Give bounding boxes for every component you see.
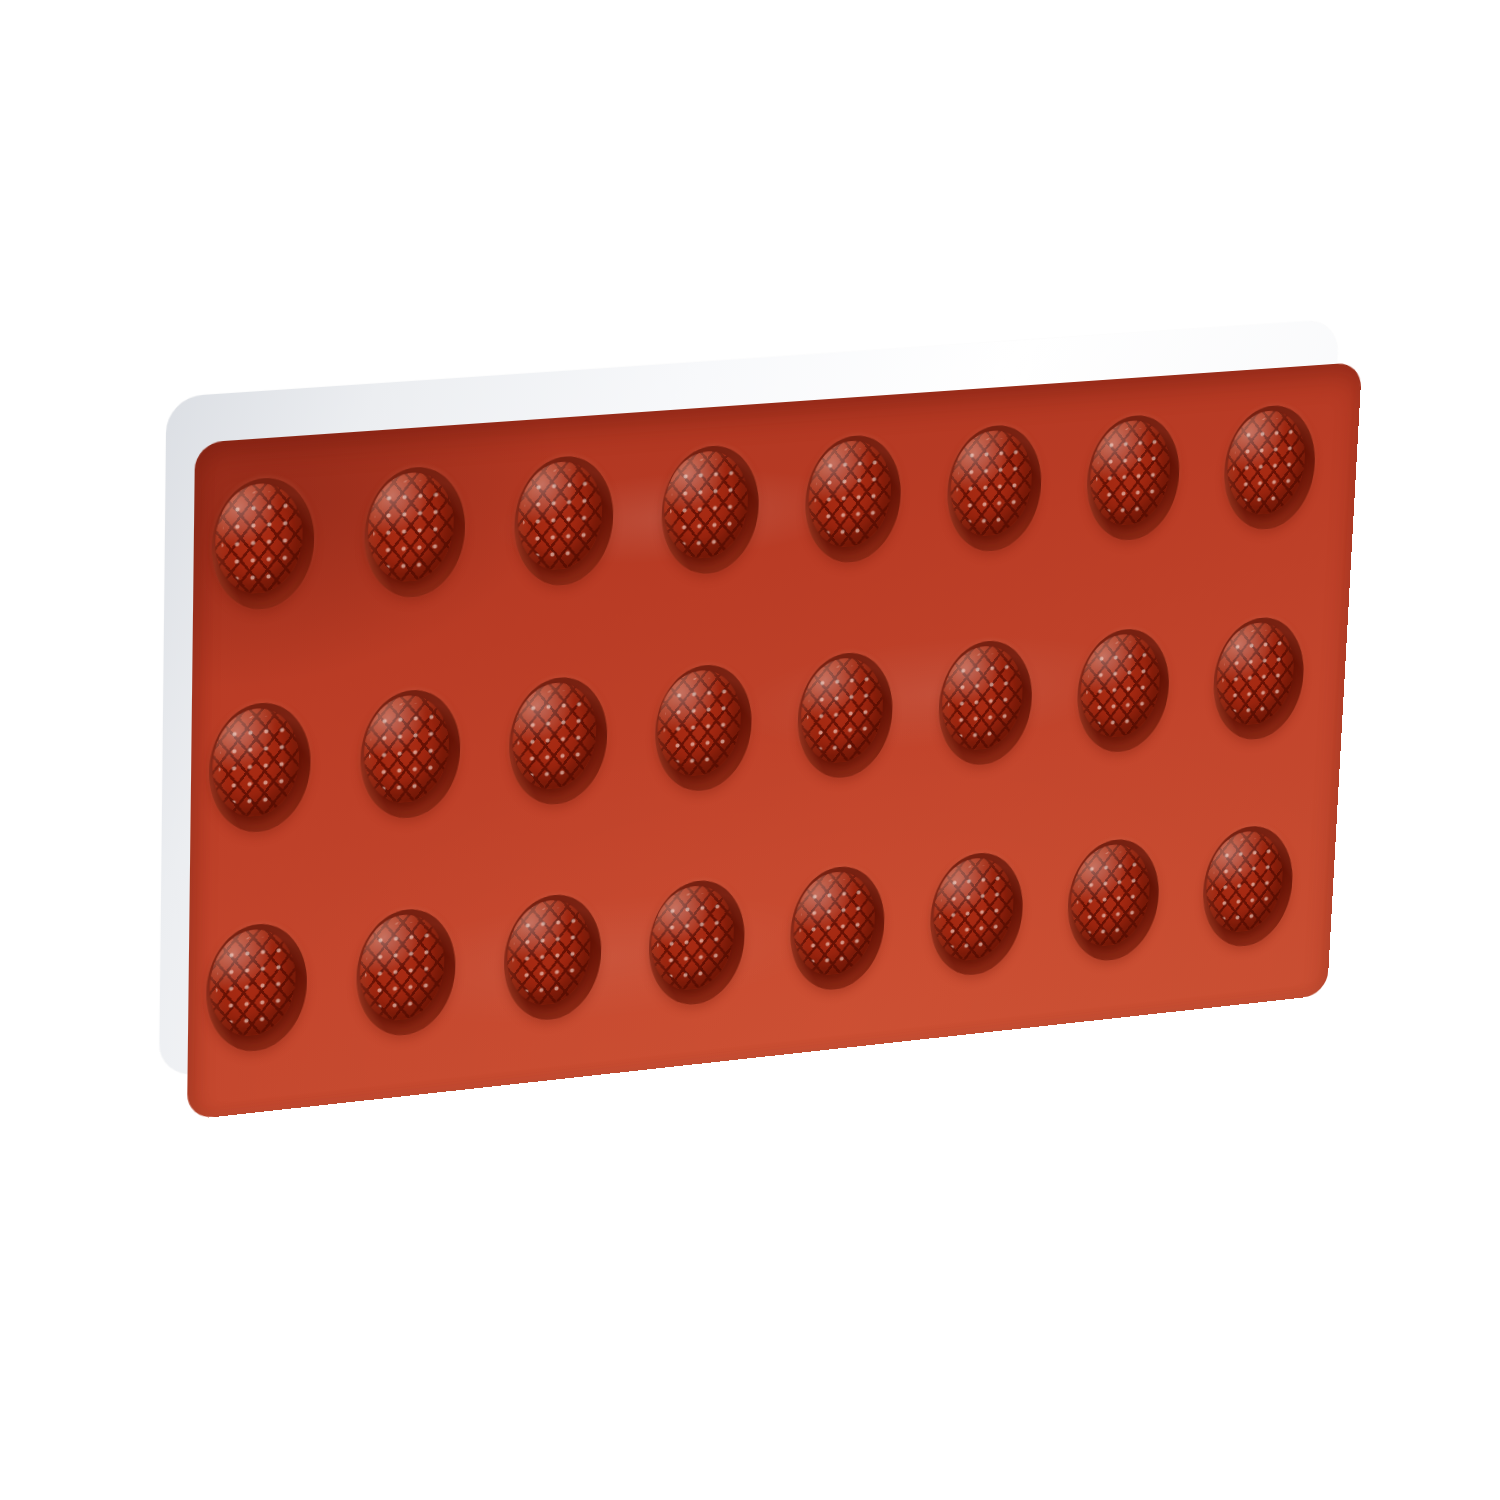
cavity-r2-c7	[1050, 579, 1196, 802]
cavity-r3-c6	[904, 802, 1051, 1026]
cavity-recess	[355, 904, 456, 1039]
cavity-recess	[513, 453, 615, 589]
cavity-r3-c8	[1176, 776, 1320, 996]
pineapple-dome	[506, 896, 592, 1009]
cavity-r1-c3	[487, 404, 640, 637]
cavity-recess	[1066, 835, 1162, 965]
cavity-r3-c1	[180, 870, 334, 1104]
cavity-r3-c2	[330, 856, 482, 1088]
cavity-r1-c5	[778, 384, 928, 613]
pineapple-dome	[511, 679, 598, 793]
cavity-r1-c1	[185, 425, 341, 662]
cavity-r2-c8	[1186, 568, 1331, 789]
cavity-recess	[1075, 625, 1172, 755]
cavity-recess	[653, 661, 753, 795]
cavity-r1-c6	[920, 374, 1069, 601]
cavity-r2-c2	[334, 637, 487, 870]
cavity-recess	[363, 463, 466, 600]
pineapple-dome	[807, 438, 893, 550]
cavity-recess	[660, 442, 761, 577]
pineapple-dome	[363, 692, 451, 807]
cavity-r2-c1	[182, 649, 337, 884]
pineapple-dome	[932, 854, 1015, 964]
cavity-recess	[928, 848, 1025, 979]
cavity-r3-c4	[622, 829, 771, 1056]
pineapple-dome	[1088, 418, 1172, 528]
pineapple-dome	[1204, 827, 1286, 935]
cavity-r3-c3	[477, 842, 628, 1071]
silicone-mold	[187, 362, 1362, 1120]
cavity-r3-c7	[1041, 789, 1186, 1011]
cavity-r2-c4	[628, 613, 779, 842]
mold-face	[187, 362, 1362, 1120]
cavity-recess	[945, 422, 1044, 554]
cavity-recess	[789, 862, 887, 994]
cavity-recess	[804, 432, 904, 566]
cavity-r2-c5	[771, 601, 920, 828]
cavity-r1-c4	[634, 394, 786, 625]
cavity-recess	[502, 890, 602, 1024]
cavity-recess	[647, 876, 746, 1009]
cavity-recess	[359, 686, 461, 822]
cavity-recess	[1221, 402, 1318, 532]
cavity-grid	[180, 356, 1343, 1104]
pineapple-dome	[212, 704, 301, 820]
pineapple-dome	[663, 448, 750, 561]
cavity-r2-c3	[482, 625, 634, 856]
pineapple-dome	[650, 882, 735, 994]
pineapple-dome	[1225, 408, 1308, 517]
cavity-recess	[508, 673, 609, 808]
cavity-recess	[937, 637, 1035, 769]
pineapple-dome	[516, 459, 603, 573]
cavity-recess	[211, 474, 315, 612]
pineapple-dome	[949, 428, 1034, 539]
pineapple-dome	[940, 643, 1024, 754]
cavity-recess	[1211, 614, 1307, 743]
pineapple-dome	[656, 667, 742, 780]
cavity-r1-c7	[1060, 365, 1208, 590]
cavity-recess	[1085, 412, 1183, 543]
cavity-recess	[1200, 822, 1295, 950]
pineapple-dome	[1078, 631, 1161, 741]
cavity-recess	[206, 919, 308, 1056]
cavity-r1-c2	[337, 414, 492, 649]
pineapple-dome	[792, 868, 876, 979]
photo-stage	[0, 0, 1500, 1500]
cavity-r3-c5	[764, 815, 912, 1040]
pineapple-dome	[1214, 619, 1296, 728]
cavity-recess	[208, 698, 311, 836]
pineapple-dome	[214, 480, 303, 597]
pineapple-dome	[800, 654, 885, 766]
pineapple-dome	[1069, 841, 1152, 950]
pineapple-dome	[359, 910, 446, 1024]
pineapple-dome	[367, 469, 455, 584]
cavity-r1-c8	[1197, 356, 1343, 579]
cavity-r2-c6	[912, 590, 1060, 815]
pineapple-dome	[209, 925, 297, 1040]
cavity-recess	[796, 649, 895, 782]
